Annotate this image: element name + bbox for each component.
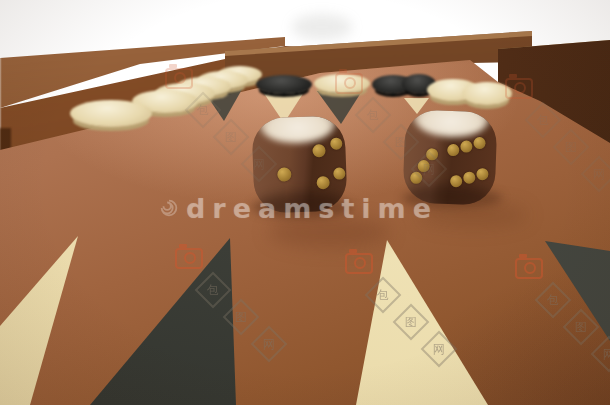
backgammon-photo-scene: dreamstime 包 图 网 包 图 网 包 图 网 包 图 网 包 图 网… bbox=[0, 0, 610, 405]
vignette bbox=[0, 0, 610, 405]
